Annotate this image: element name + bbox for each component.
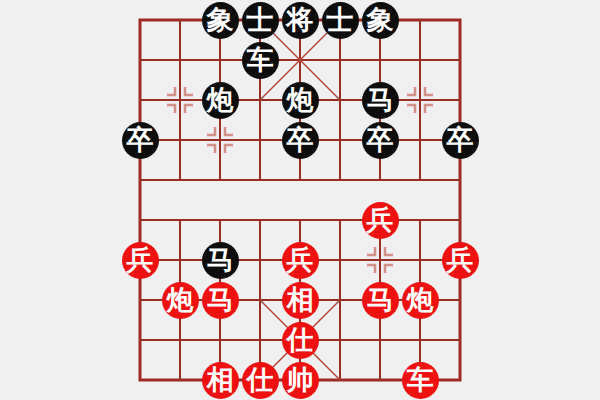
board-point-1-4[interactable] [280, 40, 320, 80]
board-point-3-5[interactable] [320, 120, 360, 160]
piece-black-pawn[interactable]: 卒 [442, 122, 479, 159]
piece-glyph: 兵 [127, 246, 154, 273]
board-point-7-2[interactable]: 马 [200, 280, 240, 320]
board-point-2-5[interactable] [320, 80, 360, 120]
piece-glyph: 马 [367, 286, 394, 313]
piece-glyph: 炮 [207, 86, 234, 113]
board-point-3-7[interactable] [400, 120, 440, 160]
piece-red-pawn[interactable]: 兵 [442, 242, 479, 279]
board-point-2-1[interactable] [160, 80, 200, 120]
board-point-8-6[interactable] [360, 320, 400, 360]
board-point-5-7[interactable] [400, 200, 440, 240]
board-point-0-7[interactable] [400, 0, 440, 40]
board-point-4-1[interactable] [160, 160, 200, 200]
board-point-0-3[interactable]: 士 [240, 0, 280, 40]
piece-black-elephant[interactable]: 象 [362, 2, 399, 39]
board-point-8-3[interactable] [240, 320, 280, 360]
board-point-7-0[interactable] [120, 280, 160, 320]
board-point-0-5[interactable]: 士 [320, 0, 360, 40]
piece-black-chariot[interactable]: 车 [242, 42, 279, 79]
piece-black-elephant[interactable]: 象 [202, 2, 239, 39]
piece-glyph: 兵 [367, 206, 394, 233]
piece-red-pawn[interactable]: 兵 [362, 202, 399, 239]
board-point-5-0[interactable] [120, 200, 160, 240]
board-point-6-7[interactable] [400, 240, 440, 280]
board-point-5-6[interactable]: 兵 [360, 200, 400, 240]
board-point-6-2[interactable]: 马 [200, 240, 240, 280]
board-point-8-1[interactable] [160, 320, 200, 360]
board-point-8-7[interactable] [400, 320, 440, 360]
board-point-9-4[interactable]: 帅 [280, 360, 320, 400]
board-point-0-4[interactable]: 将 [280, 0, 320, 40]
board-point-9-0[interactable] [120, 360, 160, 400]
board-point-1-5[interactable] [320, 40, 360, 80]
piece-red-elephant[interactable]: 相 [282, 282, 319, 319]
board-point-1-2[interactable] [200, 40, 240, 80]
piece-black-cannon[interactable]: 炮 [282, 82, 319, 119]
piece-glyph: 仕 [287, 326, 314, 353]
piece-glyph: 马 [207, 286, 234, 313]
piece-glyph: 象 [207, 6, 234, 33]
board-point-3-2[interactable] [200, 120, 240, 160]
board-point-2-6[interactable]: 马 [360, 80, 400, 120]
board-point-0-0[interactable] [120, 0, 160, 40]
board-point-8-8[interactable] [440, 320, 480, 360]
board-point-1-8[interactable] [440, 40, 480, 80]
board-point-9-3[interactable]: 仕 [240, 360, 280, 400]
piece-black-pawn[interactable]: 卒 [282, 122, 319, 159]
piece-glyph: 将 [287, 6, 314, 33]
board-point-6-1[interactable] [160, 240, 200, 280]
board-point-3-1[interactable] [160, 120, 200, 160]
board-point-6-0[interactable]: 兵 [120, 240, 160, 280]
piece-red-pawn[interactable]: 兵 [122, 242, 159, 279]
piece-glyph: 兵 [287, 246, 314, 273]
piece-red-cannon[interactable]: 炮 [402, 282, 439, 319]
board-point-7-3[interactable] [240, 280, 280, 320]
board-point-6-4[interactable]: 兵 [280, 240, 320, 280]
board-point-8-0[interactable] [120, 320, 160, 360]
piece-glyph: 象 [367, 6, 394, 33]
board-point-6-6[interactable] [360, 240, 400, 280]
board-point-7-4[interactable]: 相 [280, 280, 320, 320]
board-point-1-3[interactable]: 车 [240, 40, 280, 80]
piece-glyph: 卒 [127, 126, 154, 153]
piece-glyph: 士 [327, 6, 354, 33]
piece-red-horse[interactable]: 马 [362, 282, 399, 319]
board-point-4-4[interactable] [280, 160, 320, 200]
board-point-5-8[interactable] [440, 200, 480, 240]
board-point-9-2[interactable]: 相 [200, 360, 240, 400]
piece-red-horse[interactable]: 马 [202, 282, 239, 319]
piece-glyph: 相 [287, 286, 314, 313]
piece-black-cannon[interactable]: 炮 [202, 82, 239, 119]
board-point-7-7[interactable]: 炮 [400, 280, 440, 320]
board-point-0-1[interactable] [160, 0, 200, 40]
board-point-1-6[interactable] [360, 40, 400, 80]
piece-red-general[interactable]: 帅 [282, 362, 319, 399]
board-point-7-8[interactable] [440, 280, 480, 320]
board-point-8-5[interactable] [320, 320, 360, 360]
board-point-4-8[interactable] [440, 160, 480, 200]
piece-red-chariot[interactable]: 车 [402, 362, 439, 399]
board-point-2-8[interactable] [440, 80, 480, 120]
board-point-9-5[interactable] [320, 360, 360, 400]
board-point-2-3[interactable] [240, 80, 280, 120]
board-point-7-6[interactable]: 马 [360, 280, 400, 320]
board-point-1-0[interactable] [120, 40, 160, 80]
piece-red-elephant[interactable]: 相 [202, 362, 239, 399]
board-point-7-1[interactable]: 炮 [160, 280, 200, 320]
board-point-5-1[interactable] [160, 200, 200, 240]
piece-glyph: 马 [207, 246, 234, 273]
board-point-9-6[interactable] [360, 360, 400, 400]
piece-red-pawn[interactable]: 兵 [282, 242, 319, 279]
board-point-3-4[interactable]: 卒 [280, 120, 320, 160]
board-point-4-7[interactable] [400, 160, 440, 200]
piece-glyph: 卒 [447, 126, 474, 153]
board-point-4-2[interactable] [200, 160, 240, 200]
piece-red-advisor[interactable]: 仕 [282, 322, 319, 359]
board-point-9-8[interactable] [440, 360, 480, 400]
board-point-4-3[interactable] [240, 160, 280, 200]
piece-black-horse[interactable]: 马 [202, 242, 239, 279]
piece-glyph: 车 [247, 46, 274, 73]
board-point-0-8[interactable] [440, 0, 480, 40]
board-point-5-2[interactable] [200, 200, 240, 240]
board-point-5-3[interactable] [240, 200, 280, 240]
piece-glyph: 车 [407, 366, 434, 393]
piece-black-pawn[interactable]: 卒 [362, 122, 399, 159]
board-point-1-1[interactable] [160, 40, 200, 80]
board-point-5-5[interactable] [320, 200, 360, 240]
board-point-8-4[interactable]: 仕 [280, 320, 320, 360]
board-point-7-5[interactable] [320, 280, 360, 320]
piece-glyph: 兵 [447, 246, 474, 273]
board-point-4-0[interactable] [120, 160, 160, 200]
piece-glyph: 士 [247, 6, 274, 33]
piece-red-advisor[interactable]: 仕 [242, 362, 279, 399]
piece-glyph: 炮 [407, 286, 434, 313]
board-point-5-4[interactable] [280, 200, 320, 240]
piece-red-cannon[interactable]: 炮 [162, 282, 199, 319]
piece-glyph: 帅 [287, 366, 314, 393]
piece-glyph: 卒 [367, 126, 394, 153]
board-point-2-0[interactable] [120, 80, 160, 120]
piece-black-pawn[interactable]: 卒 [122, 122, 159, 159]
board-point-6-8[interactable]: 兵 [440, 240, 480, 280]
board-point-6-5[interactable] [320, 240, 360, 280]
piece-black-general[interactable]: 将 [282, 2, 319, 39]
board-point-3-6[interactable]: 卒 [360, 120, 400, 160]
board-point-9-7[interactable]: 车 [400, 360, 440, 400]
piece-glyph: 马 [367, 86, 394, 113]
board-point-8-2[interactable] [200, 320, 240, 360]
board-point-3-0[interactable]: 卒 [120, 120, 160, 160]
xiangqi-board: 象士将士象车炮炮马卒卒卒卒兵兵马兵兵炮马相马炮仕相仕帅车 [0, 0, 600, 400]
piece-glyph: 炮 [167, 286, 194, 313]
piece-black-advisor[interactable]: 士 [242, 2, 279, 39]
board-point-9-1[interactable] [160, 360, 200, 400]
board-point-3-8[interactable]: 卒 [440, 120, 480, 160]
piece-glyph: 卒 [287, 126, 314, 153]
board-point-2-2[interactable]: 炮 [200, 80, 240, 120]
board-point-2-4[interactable]: 炮 [280, 80, 320, 120]
piece-glyph: 相 [207, 366, 234, 393]
piece-glyph: 仕 [247, 366, 274, 393]
piece-glyph: 炮 [287, 86, 314, 113]
board-point-0-2[interactable]: 象 [200, 0, 240, 40]
board-grid: 象士将士象车炮炮马卒卒卒卒兵兵马兵兵炮马相马炮仕相仕帅车 [120, 0, 480, 400]
board-point-6-3[interactable] [240, 240, 280, 280]
board-point-4-5[interactable] [320, 160, 360, 200]
board-point-0-6[interactable]: 象 [360, 0, 400, 40]
board-point-3-3[interactable] [240, 120, 280, 160]
board-point-1-7[interactable] [400, 40, 440, 80]
board-point-2-7[interactable] [400, 80, 440, 120]
board-point-4-6[interactable] [360, 160, 400, 200]
piece-black-horse[interactable]: 马 [362, 82, 399, 119]
piece-black-advisor[interactable]: 士 [322, 2, 359, 39]
